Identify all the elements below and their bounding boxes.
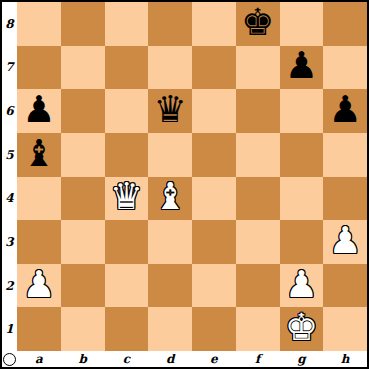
square-g1[interactable]: ♚ — [280, 307, 324, 351]
square-a5[interactable]: ♝ — [17, 133, 61, 177]
square-a4[interactable] — [17, 177, 61, 221]
square-f7[interactable] — [236, 46, 280, 90]
white-king-g1[interactable]: ♚ — [285, 309, 318, 346]
square-g2[interactable]: ♟ — [280, 264, 324, 308]
file-label-c: c — [105, 351, 149, 367]
file-label-g: g — [280, 351, 324, 367]
square-a8[interactable] — [17, 2, 61, 46]
square-b5[interactable] — [61, 133, 105, 177]
square-b8[interactable] — [61, 2, 105, 46]
square-c5[interactable] — [105, 133, 149, 177]
square-b6[interactable] — [61, 89, 105, 133]
square-a3[interactable] — [17, 220, 61, 264]
square-c4[interactable]: ♛ — [105, 177, 149, 221]
square-e5[interactable] — [192, 133, 236, 177]
rank-label-7: 7 — [2, 46, 17, 90]
square-e2[interactable] — [192, 264, 236, 308]
square-a7[interactable] — [17, 46, 61, 90]
square-d3[interactable] — [148, 220, 192, 264]
rank-label-5: 5 — [2, 133, 17, 177]
file-label-b: b — [61, 351, 105, 367]
white-bishop-d4[interactable]: ♝ — [154, 178, 187, 215]
rank-label-8: 8 — [2, 2, 17, 46]
chess-board-diagram: 87654321 ♚♟♟♛♟♝♛♝♟♟♟♚ abcdefgh — [0, 0, 369, 369]
square-h6[interactable]: ♟ — [323, 89, 367, 133]
white-queen-c4[interactable]: ♛ — [110, 178, 143, 215]
square-f4[interactable] — [236, 177, 280, 221]
square-d1[interactable] — [148, 307, 192, 351]
square-e7[interactable] — [192, 46, 236, 90]
rank-labels: 87654321 — [2, 2, 17, 351]
square-h1[interactable] — [323, 307, 367, 351]
square-b3[interactable] — [61, 220, 105, 264]
square-d6[interactable]: ♛ — [148, 89, 192, 133]
black-king-f8[interactable]: ♚ — [241, 4, 274, 41]
black-queen-d6[interactable]: ♛ — [154, 91, 187, 128]
square-c1[interactable] — [105, 307, 149, 351]
rank-label-4: 4 — [2, 177, 17, 221]
square-g3[interactable] — [280, 220, 324, 264]
square-h8[interactable] — [323, 2, 367, 46]
square-b2[interactable] — [61, 264, 105, 308]
square-c3[interactable] — [105, 220, 149, 264]
square-h5[interactable] — [323, 133, 367, 177]
square-d2[interactable] — [148, 264, 192, 308]
chess-board[interactable]: ♚♟♟♛♟♝♛♝♟♟♟♚ — [17, 2, 367, 351]
square-f8[interactable]: ♚ — [236, 2, 280, 46]
square-g6[interactable] — [280, 89, 324, 133]
file-label-h: h — [323, 351, 367, 367]
black-bishop-a5[interactable]: ♝ — [22, 135, 55, 172]
square-g8[interactable] — [280, 2, 324, 46]
square-a1[interactable] — [17, 307, 61, 351]
square-b7[interactable] — [61, 46, 105, 90]
square-e8[interactable] — [192, 2, 236, 46]
rank-label-2: 2 — [2, 264, 17, 308]
file-label-e: e — [192, 351, 236, 367]
rank-label-3: 3 — [2, 220, 17, 264]
square-h3[interactable]: ♟ — [323, 220, 367, 264]
square-h4[interactable] — [323, 177, 367, 221]
black-pawn-a6[interactable]: ♟ — [22, 91, 55, 128]
square-b4[interactable] — [61, 177, 105, 221]
black-pawn-g7[interactable]: ♟ — [285, 47, 318, 84]
square-f3[interactable] — [236, 220, 280, 264]
square-a2[interactable]: ♟ — [17, 264, 61, 308]
black-pawn-h6[interactable]: ♟ — [329, 91, 362, 128]
file-labels: abcdefgh — [17, 351, 367, 367]
square-e1[interactable] — [192, 307, 236, 351]
file-label-d: d — [148, 351, 192, 367]
square-f1[interactable] — [236, 307, 280, 351]
rank-label-6: 6 — [2, 89, 17, 133]
square-d4[interactable]: ♝ — [148, 177, 192, 221]
square-e3[interactable] — [192, 220, 236, 264]
file-label-f: f — [236, 351, 280, 367]
square-d8[interactable] — [148, 2, 192, 46]
move-indicator-area — [2, 351, 17, 367]
white-to-move-indicator-icon — [3, 353, 16, 366]
square-f6[interactable] — [236, 89, 280, 133]
square-c7[interactable] — [105, 46, 149, 90]
white-pawn-g2[interactable]: ♟ — [285, 266, 318, 303]
square-g4[interactable] — [280, 177, 324, 221]
square-b1[interactable] — [61, 307, 105, 351]
square-c6[interactable] — [105, 89, 149, 133]
rank-label-1: 1 — [2, 307, 17, 351]
white-pawn-a2[interactable]: ♟ — [22, 266, 55, 303]
square-g5[interactable] — [280, 133, 324, 177]
square-f5[interactable] — [236, 133, 280, 177]
square-d5[interactable] — [148, 133, 192, 177]
square-h7[interactable] — [323, 46, 367, 90]
square-c8[interactable] — [105, 2, 149, 46]
square-a6[interactable]: ♟ — [17, 89, 61, 133]
square-g7[interactable]: ♟ — [280, 46, 324, 90]
square-e4[interactable] — [192, 177, 236, 221]
white-pawn-h3[interactable]: ♟ — [329, 222, 362, 259]
square-h2[interactable] — [323, 264, 367, 308]
square-e6[interactable] — [192, 89, 236, 133]
square-c2[interactable] — [105, 264, 149, 308]
square-f2[interactable] — [236, 264, 280, 308]
file-label-a: a — [17, 351, 61, 367]
square-d7[interactable] — [148, 46, 192, 90]
